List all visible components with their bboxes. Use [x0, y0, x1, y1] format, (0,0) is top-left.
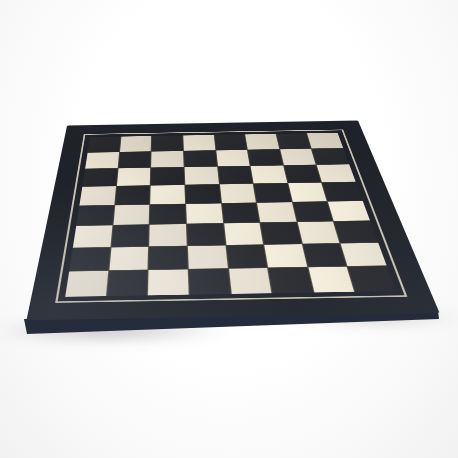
board-frame: [26, 121, 439, 321]
square-r6c1: [73, 225, 112, 247]
square-r4c7: [288, 183, 327, 202]
square-r3c7: [284, 165, 321, 183]
square-r8c2: [107, 270, 148, 296]
square-r2c1: [85, 152, 119, 169]
square-r2c8: [312, 148, 349, 164]
square-r4c6: [254, 183, 292, 202]
square-r5c2: [113, 205, 149, 225]
square-r8c7: [308, 267, 354, 293]
board-grid: [65, 133, 396, 297]
square-r4c5: [219, 184, 255, 203]
square-r2c3: [151, 151, 183, 168]
square-r6c7: [297, 222, 339, 244]
square-r1c1: [88, 137, 121, 153]
square-r1c8: [307, 133, 343, 148]
square-r8c6: [268, 268, 313, 294]
square-r1c5: [214, 134, 247, 149]
square-r2c2: [118, 152, 151, 169]
square-r5c1: [76, 205, 114, 225]
square-r7c1: [69, 247, 110, 271]
square-r7c3: [149, 246, 188, 270]
square-r5c8: [328, 201, 370, 221]
square-r4c8: [322, 182, 362, 201]
chessboard: [47, 29, 394, 376]
square-r1c7: [276, 133, 311, 148]
product-photo: [0, 0, 458, 458]
square-r1c2: [120, 136, 152, 152]
square-r2c5: [216, 150, 250, 167]
square-r3c4: [184, 167, 218, 185]
square-r5c4: [186, 203, 223, 223]
square-r1c4: [183, 135, 215, 151]
square-r5c7: [293, 201, 334, 221]
square-r4c3: [150, 185, 185, 204]
square-r7c2: [109, 247, 148, 271]
square-r2c4: [184, 150, 217, 167]
square-r4c2: [115, 186, 150, 205]
square-r7c7: [303, 243, 347, 267]
square-r2c6: [248, 149, 283, 166]
square-r8c5: [229, 268, 272, 294]
square-r7c8: [341, 243, 387, 267]
square-r4c4: [185, 184, 220, 203]
square-r6c8: [334, 221, 378, 243]
square-r1c6: [245, 134, 279, 149]
square-r6c2: [111, 225, 149, 247]
square-r8c3: [148, 270, 188, 296]
square-r8c1: [65, 271, 108, 297]
square-r6c3: [149, 224, 186, 246]
square-r5c5: [222, 203, 260, 223]
square-r3c2: [117, 168, 151, 186]
square-r3c6: [251, 166, 287, 184]
square-r3c5: [218, 166, 253, 184]
square-r7c4: [188, 245, 228, 269]
square-r2c7: [280, 149, 316, 165]
square-r6c5: [224, 223, 263, 245]
square-r5c3: [150, 204, 186, 224]
square-r5c6: [257, 202, 296, 222]
square-r7c6: [264, 244, 307, 268]
square-r4c1: [79, 186, 115, 205]
square-r8c4: [189, 269, 230, 295]
square-r3c3: [151, 167, 184, 185]
square-r3c1: [82, 169, 117, 187]
square-r1c3: [152, 136, 183, 152]
square-r3c8: [317, 165, 356, 183]
square-r6c6: [261, 222, 302, 244]
square-r6c4: [187, 224, 225, 246]
square-r7c5: [226, 245, 267, 269]
